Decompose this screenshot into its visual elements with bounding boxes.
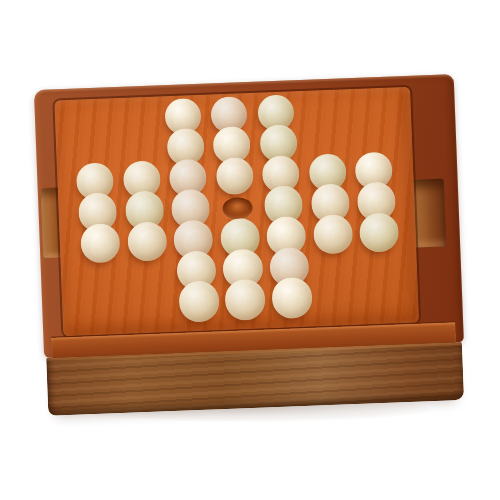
wood-ball[interactable] bbox=[224, 279, 266, 321]
wood-ball[interactable] bbox=[359, 212, 399, 252]
solitaire-box bbox=[34, 74, 466, 416]
box-frame bbox=[34, 74, 464, 358]
board-surface bbox=[54, 87, 419, 336]
product-photo bbox=[0, 0, 500, 500]
wood-ball[interactable] bbox=[127, 221, 167, 261]
wood-ball[interactable] bbox=[178, 281, 220, 323]
wood-ball[interactable] bbox=[271, 277, 313, 319]
wood-ball[interactable] bbox=[215, 157, 254, 196]
right-finger-notch bbox=[412, 179, 447, 248]
wood-ball[interactable] bbox=[80, 223, 120, 263]
wood-ball[interactable] bbox=[313, 214, 353, 254]
peg-grid bbox=[54, 87, 419, 336]
empty-hole[interactable] bbox=[222, 196, 253, 219]
